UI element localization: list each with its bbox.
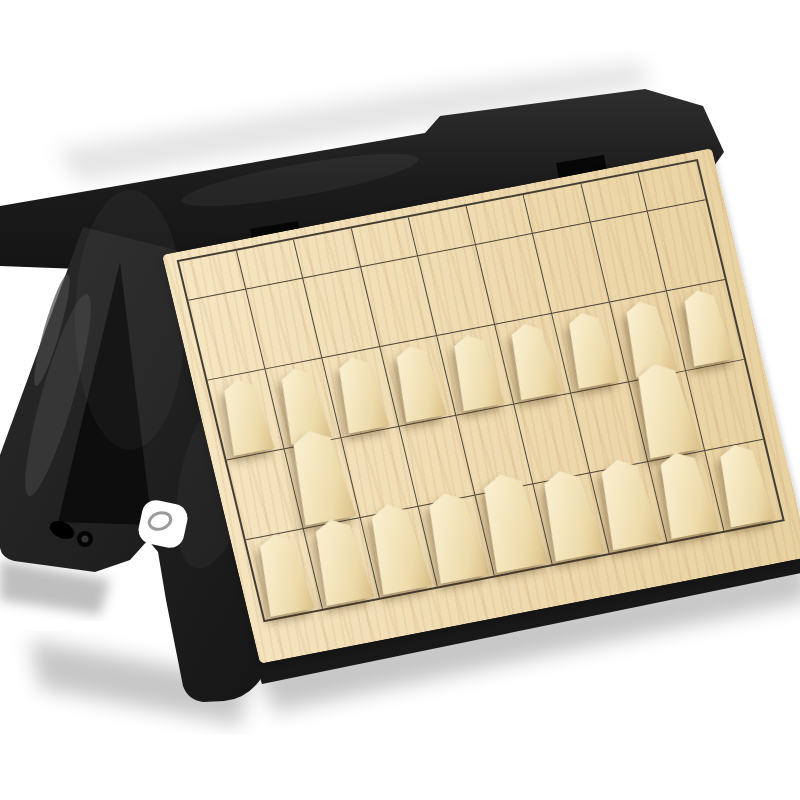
piece-kanji: 金将 [567, 545, 591, 559]
piece-kanji: 歩兵 [473, 396, 494, 409]
piece-body: 香車 [711, 441, 777, 528]
piece-kanji: 銀将 [625, 534, 649, 548]
piece-kanji: 歩兵 [358, 418, 379, 431]
hinge-knuckle-hole [82, 536, 89, 543]
piece-body: 歩兵 [676, 286, 736, 366]
product-photo: 歩兵歩兵歩兵歩兵歩兵歩兵歩兵歩兵歩兵角行飛車香車桂馬銀将金将王将金将銀将桂馬香車 [0, 0, 800, 800]
piece-body: 歩兵 [215, 376, 275, 456]
piece-kanji: 金将 [452, 567, 476, 581]
piece-kanji: 香車 [741, 511, 763, 525]
piece-kanji: 桂馬 [338, 590, 361, 604]
piece-kanji: 王将 [509, 556, 535, 570]
shogi-piece-pawn[interactable]: 歩兵 [330, 353, 390, 433]
piece-kanji: 桂馬 [683, 523, 706, 537]
shogi-piece-pawn[interactable]: 歩兵 [676, 286, 736, 366]
piece-body: 歩兵 [388, 342, 448, 422]
shogi-piece-lance[interactable]: 香車 [711, 441, 777, 528]
shogi-piece-pawn[interactable]: 歩兵 [215, 376, 275, 456]
piece-kanji: 歩兵 [243, 440, 264, 453]
piece-kanji: 歩兵 [703, 351, 724, 364]
shogi-piece-pawn[interactable]: 歩兵 [560, 309, 620, 389]
shogi-piece-pawn[interactable]: 歩兵 [388, 342, 448, 422]
case-sheen [75, 190, 185, 450]
piece-body: 歩兵 [445, 331, 505, 411]
shogi-piece-pawn[interactable]: 歩兵 [503, 320, 563, 400]
piece-body: 歩兵 [330, 353, 390, 433]
piece-kanji: 銀将 [395, 578, 419, 592]
piece-kanji: 香車 [281, 601, 303, 615]
piece-body: 歩兵 [560, 309, 620, 389]
piece-body: 歩兵 [503, 320, 563, 400]
piece-kanji: 歩兵 [530, 385, 551, 398]
piece-kanji: 歩兵 [587, 373, 608, 386]
piece-kanji: 歩兵 [415, 407, 436, 420]
shogi-piece-pawn[interactable]: 歩兵 [445, 331, 505, 411]
